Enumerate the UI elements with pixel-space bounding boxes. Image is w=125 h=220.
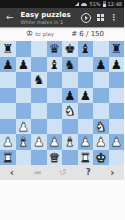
white-pawn: ♟	[80, 134, 91, 149]
app-bar: ← Easy puzzles White mates in 1 ⋮	[0, 8, 124, 27]
black-pawn: ♟	[80, 88, 91, 103]
square-g5[interactable]	[93, 88, 109, 104]
empty-area	[0, 180, 124, 220]
black-bishop: ♝	[49, 57, 60, 72]
square-f5[interactable]: ♟	[78, 88, 94, 104]
square-c7[interactable]	[31, 57, 47, 73]
square-g8[interactable]	[93, 41, 109, 57]
white-king: ♚	[95, 150, 106, 165]
square-h8[interactable]: ♜	[109, 41, 125, 57]
square-d4[interactable]	[47, 103, 63, 119]
page-title: Easy puzzles	[21, 11, 71, 19]
square-g3[interactable]: ♞	[93, 119, 109, 135]
white-queen: ♛	[49, 150, 60, 165]
square-g4[interactable]	[93, 103, 109, 119]
hint-button[interactable]: ?	[86, 165, 91, 180]
square-d7[interactable]: ♝	[47, 57, 63, 73]
black-knight: ♞	[33, 72, 44, 87]
square-a8[interactable]: ♜	[0, 41, 16, 57]
skip-to-start-button[interactable]: |◀◀	[33, 165, 39, 180]
black-rook: ♜	[2, 41, 13, 56]
square-b4[interactable]	[16, 103, 32, 119]
square-f7[interactable]	[78, 57, 94, 73]
square-a3[interactable]	[0, 119, 16, 135]
square-a2[interactable]: ♟	[0, 134, 16, 150]
square-h5[interactable]	[109, 88, 125, 104]
square-h6[interactable]	[109, 72, 125, 88]
play-triangle	[85, 16, 88, 20]
square-a1[interactable]: ♜	[0, 150, 16, 166]
back-arrow-icon[interactable]: ←	[6, 8, 14, 27]
white-bishop: ♝	[18, 134, 29, 149]
square-b6[interactable]	[16, 72, 32, 88]
square-f2[interactable]: ♟	[78, 134, 94, 150]
square-f8[interactable]: ♝	[78, 41, 94, 57]
white-knight: ♞	[64, 103, 75, 118]
square-g6[interactable]	[93, 72, 109, 88]
square-c8[interactable]	[31, 41, 47, 57]
square-h7[interactable]: ♟	[109, 57, 125, 73]
square-b8[interactable]	[16, 41, 32, 57]
side-to-move: ♔ to play	[26, 27, 54, 41]
square-b1[interactable]	[16, 150, 32, 166]
square-d3[interactable]	[47, 119, 63, 135]
previous-puzzle-button[interactable]: ‹	[10, 165, 14, 180]
black-rook: ♜	[111, 41, 122, 56]
square-e6[interactable]	[62, 72, 78, 88]
battery-percent: 51%	[89, 0, 100, 8]
black-queen: ♛	[49, 41, 60, 56]
square-b5[interactable]	[16, 88, 32, 104]
black-pawn: ♟	[111, 57, 122, 72]
puzzle-toolbar: ‹ |◀◀ ↺ ? ›	[0, 165, 124, 180]
square-d6[interactable]	[47, 72, 63, 88]
grid-dot	[97, 14, 100, 17]
square-c2[interactable]: ♟	[31, 134, 47, 150]
black-pawn: ♟	[2, 57, 13, 72]
white-pawn: ♟	[95, 134, 106, 149]
square-d1[interactable]: ♛	[47, 150, 63, 166]
grid-dot	[101, 14, 104, 17]
white-bishop: ♝	[64, 134, 75, 149]
white-pawn: ♟	[2, 134, 13, 149]
square-a5[interactable]	[0, 88, 16, 104]
square-g1[interactable]: ♚	[93, 150, 109, 166]
to-play-label: to play	[35, 31, 54, 37]
undo-move-button[interactable]: ↺	[59, 165, 67, 180]
grid-icon[interactable]	[97, 14, 104, 21]
square-b7[interactable]: ♟	[16, 57, 32, 73]
square-e3[interactable]	[62, 119, 78, 135]
black-knight: ♞	[64, 57, 75, 72]
square-e8[interactable]: ♚	[62, 41, 78, 57]
page-subtitle: White mates in 1	[21, 19, 71, 25]
white-pawn: ♟	[111, 134, 122, 149]
black-pawn: ♟	[95, 57, 106, 72]
square-b3[interactable]: ♟	[16, 119, 32, 135]
square-f1[interactable]: ♜	[78, 150, 94, 166]
white-knight: ♞	[95, 119, 106, 134]
puzzle-counter: # 6 / 150	[71, 30, 104, 38]
clock: 12:48	[108, 0, 122, 8]
white-king-icon: ♔	[26, 27, 33, 41]
square-e7[interactable]: ♞	[62, 57, 78, 73]
black-pawn: ♟	[64, 88, 75, 103]
square-h4[interactable]	[109, 103, 125, 119]
grid-dot	[101, 18, 104, 21]
play-circle-icon[interactable]	[81, 13, 91, 23]
square-e4[interactable]: ♞	[62, 103, 78, 119]
square-e1[interactable]	[62, 150, 78, 166]
square-d2[interactable]: ♟	[47, 134, 63, 150]
white-pawn: ♟	[33, 134, 44, 149]
chess-board: ♜♛♚♝♜♟♟♝♞♟♟♞♟♟♞♟♞♟♝♟♟♝♟♟♟♜♛♜♚	[0, 41, 124, 165]
square-c5[interactable]	[31, 88, 47, 104]
square-g2[interactable]: ♟	[93, 134, 109, 150]
square-e5[interactable]: ♟	[62, 88, 78, 104]
square-d5[interactable]	[47, 88, 63, 104]
info-bar: ♔ to play # 6 / 150	[0, 27, 124, 41]
square-f6[interactable]	[78, 72, 94, 88]
square-g7[interactable]: ♟	[93, 57, 109, 73]
black-king: ♚	[64, 41, 75, 56]
white-pawn: ♟	[49, 134, 60, 149]
square-c3[interactable]	[31, 119, 47, 135]
wifi-icon	[81, 3, 87, 6]
square-c1[interactable]	[31, 150, 47, 166]
square-f3[interactable]	[78, 119, 94, 135]
square-e2[interactable]: ♝	[62, 134, 78, 150]
white-rook: ♜	[2, 150, 13, 165]
square-b2[interactable]: ♝	[16, 134, 32, 150]
square-h1[interactable]	[109, 150, 125, 166]
square-a4[interactable]	[0, 103, 16, 119]
square-c4[interactable]	[31, 103, 47, 119]
phone-screen: 51% 12:48 ← Easy puzzles White mates in …	[0, 0, 124, 220]
status-bar: 51% 12:48	[0, 0, 124, 8]
square-h2[interactable]: ♟	[109, 134, 125, 150]
next-puzzle-button[interactable]: ›	[110, 165, 114, 180]
grid-dot	[97, 18, 100, 21]
black-pawn: ♟	[18, 57, 29, 72]
title-block: Easy puzzles White mates in 1	[21, 11, 71, 25]
square-d8[interactable]: ♛	[47, 41, 63, 57]
black-bishop: ♝	[80, 41, 91, 56]
square-a7[interactable]: ♟	[0, 57, 16, 73]
square-c6[interactable]: ♞	[31, 72, 47, 88]
cell-signal-icon	[75, 2, 79, 6]
battery-icon	[103, 1, 106, 7]
square-h3[interactable]	[109, 119, 125, 135]
white-pawn: ♟	[18, 119, 29, 134]
white-rook: ♜	[80, 150, 91, 165]
square-f4[interactable]	[78, 103, 94, 119]
app-bar-actions: ⋮	[81, 13, 118, 23]
square-a6[interactable]	[0, 72, 16, 88]
overflow-menu-icon[interactable]: ⋮	[110, 14, 118, 22]
